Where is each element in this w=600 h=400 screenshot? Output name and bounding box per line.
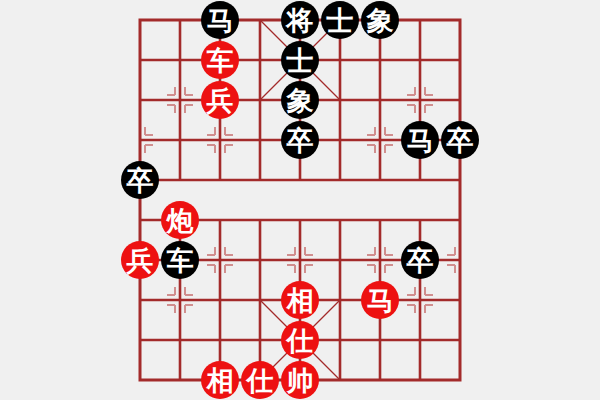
xiangqi-board: 马将士象车士兵象卒马卒卒炮兵车卒相马仕相仕帅 [0, 0, 600, 400]
black-advisor[interactable]: 士 [281, 41, 319, 79]
black-general[interactable]: 将 [281, 1, 319, 39]
black-horse[interactable]: 马 [401, 121, 439, 159]
black-soldier[interactable]: 卒 [121, 161, 159, 199]
black-elephant[interactable]: 象 [361, 1, 399, 39]
red-chariot[interactable]: 车 [201, 41, 239, 79]
black-soldier[interactable]: 卒 [401, 241, 439, 279]
red-soldier[interactable]: 兵 [201, 81, 239, 119]
black-soldier[interactable]: 卒 [281, 121, 319, 159]
black-horse[interactable]: 马 [201, 1, 239, 39]
piece-layer: 马将士象车士兵象卒马卒卒炮兵车卒相马仕相仕帅 [120, 0, 480, 400]
red-advisor[interactable]: 仕 [281, 321, 319, 359]
red-advisor[interactable]: 仕 [241, 361, 279, 399]
red-elephant[interactable]: 相 [201, 361, 239, 399]
red-general[interactable]: 帅 [281, 361, 319, 399]
black-soldier[interactable]: 卒 [441, 121, 479, 159]
red-elephant[interactable]: 相 [281, 281, 319, 319]
red-cannon[interactable]: 炮 [161, 201, 199, 239]
black-chariot[interactable]: 车 [161, 241, 199, 279]
black-advisor[interactable]: 士 [321, 1, 359, 39]
red-soldier[interactable]: 兵 [121, 241, 159, 279]
red-horse[interactable]: 马 [361, 281, 399, 319]
black-elephant[interactable]: 象 [281, 81, 319, 119]
